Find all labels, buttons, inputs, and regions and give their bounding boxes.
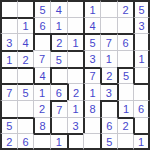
given-digit: 3 bbox=[6, 37, 12, 48]
cell-r5c6[interactable]: 7 bbox=[83, 67, 100, 84]
given-digit: 4 bbox=[22, 37, 28, 48]
given-digit: 1 bbox=[56, 20, 62, 31]
cell-r6c9[interactable] bbox=[133, 83, 150, 100]
cell-r3c2[interactable]: 4 bbox=[17, 33, 34, 50]
given-digit: 5 bbox=[40, 4, 46, 15]
cell-r3c5[interactable]: 1 bbox=[67, 33, 84, 50]
cell-r7c2[interactable] bbox=[17, 100, 34, 117]
cell-r1c8[interactable]: 2 bbox=[117, 0, 134, 17]
cell-r6c8[interactable] bbox=[117, 83, 134, 100]
given-digit: 3 bbox=[90, 54, 96, 65]
given-digit: 7 bbox=[56, 104, 62, 115]
cell-r1c3[interactable]: 5 bbox=[33, 0, 50, 17]
given-digit: 3 bbox=[139, 20, 145, 31]
given-digit: 3 bbox=[72, 120, 78, 131]
suguru-board: 5412516143342157612753114725751621327181… bbox=[0, 0, 150, 150]
cell-r8c7[interactable]: 6 bbox=[100, 117, 117, 134]
given-digit: 7 bbox=[106, 38, 112, 49]
given-digit: 6 bbox=[138, 104, 144, 115]
given-digit: 5 bbox=[123, 71, 129, 82]
cell-r9c9[interactable]: 1 bbox=[133, 133, 150, 150]
cell-r6c5[interactable]: 2 bbox=[67, 83, 84, 100]
cell-r7c1[interactable] bbox=[0, 100, 17, 117]
cell-r1c9[interactable]: 5 bbox=[133, 0, 150, 17]
given-digit: 1 bbox=[72, 104, 78, 115]
cell-r2c3[interactable]: 6 bbox=[33, 17, 50, 34]
cell-r9c3[interactable] bbox=[33, 133, 50, 150]
cell-r7c7[interactable] bbox=[100, 100, 117, 117]
cell-r7c3[interactable]: 2 bbox=[33, 100, 50, 117]
cell-r8c9[interactable] bbox=[133, 117, 150, 134]
cell-r2c8[interactable] bbox=[117, 17, 134, 34]
cell-r7c5[interactable]: 1 bbox=[67, 100, 84, 117]
cell-r2c6[interactable]: 4 bbox=[83, 17, 100, 34]
cell-r5c5[interactable] bbox=[67, 67, 84, 84]
cell-r8c2[interactable] bbox=[17, 117, 34, 134]
cell-r1c7[interactable] bbox=[100, 0, 117, 17]
cell-r8c4[interactable] bbox=[50, 117, 67, 134]
cell-r7c9[interactable]: 6 bbox=[133, 100, 150, 117]
cell-r4c7[interactable]: 1 bbox=[100, 50, 117, 67]
cell-r1c1[interactable] bbox=[0, 0, 17, 17]
given-digit: 2 bbox=[56, 38, 62, 49]
given-digit: 5 bbox=[90, 38, 96, 49]
cell-r2c5[interactable] bbox=[67, 17, 84, 34]
cell-r5c9[interactable] bbox=[133, 67, 150, 84]
given-digit: 2 bbox=[22, 54, 28, 65]
cell-r7c8[interactable]: 1 bbox=[117, 100, 134, 117]
given-digit: 1 bbox=[139, 54, 145, 65]
cell-r6c2[interactable]: 5 bbox=[17, 83, 34, 100]
given-digit: 1 bbox=[106, 54, 112, 65]
cell-r3c7[interactable]: 7 bbox=[100, 33, 117, 50]
cell-r9c6[interactable] bbox=[83, 133, 100, 150]
cell-r3c6[interactable]: 5 bbox=[83, 33, 100, 50]
cell-r2c1[interactable] bbox=[0, 17, 17, 34]
cell-r5c2[interactable] bbox=[17, 67, 34, 84]
given-digit: 1 bbox=[22, 21, 28, 32]
given-digit: 1 bbox=[39, 88, 45, 99]
given-digit: 1 bbox=[72, 38, 78, 49]
cell-r4c1[interactable]: 1 bbox=[0, 50, 17, 67]
given-digit: 4 bbox=[90, 20, 96, 31]
given-digit: 1 bbox=[90, 4, 96, 15]
cell-r3c1[interactable]: 3 bbox=[0, 33, 17, 50]
given-digit: 2 bbox=[73, 87, 79, 98]
cell-r2c2[interactable]: 1 bbox=[17, 17, 34, 34]
cell-r6c4[interactable]: 6 bbox=[50, 83, 67, 100]
given-digit: 7 bbox=[90, 71, 96, 82]
given-digit: 4 bbox=[40, 70, 46, 81]
given-digit: 7 bbox=[6, 88, 12, 99]
cell-r5c7[interactable]: 2 bbox=[100, 67, 117, 84]
cell-r1c2[interactable] bbox=[17, 0, 34, 17]
given-digit: 4 bbox=[56, 4, 62, 15]
cell-r6c3[interactable]: 1 bbox=[33, 83, 50, 100]
given-digit: 5 bbox=[56, 54, 62, 65]
cell-r5c3[interactable]: 4 bbox=[33, 67, 50, 84]
given-digit: 2 bbox=[39, 104, 45, 115]
given-digit: 6 bbox=[56, 88, 62, 99]
given-digit: 2 bbox=[6, 136, 12, 147]
cell-r6c1[interactable]: 7 bbox=[0, 83, 17, 100]
cell-r2c7[interactable] bbox=[100, 17, 117, 34]
puzzle-screenshot: 5412516143342157612753114725751621327181… bbox=[0, 0, 150, 150]
given-digit: 5 bbox=[22, 88, 28, 99]
cell-r9c5[interactable] bbox=[67, 133, 84, 150]
given-digit: 1 bbox=[90, 87, 96, 98]
cell-r8c5[interactable]: 3 bbox=[67, 117, 84, 134]
cell-r9c1[interactable]: 2 bbox=[0, 133, 17, 150]
cell-r5c4[interactable] bbox=[50, 67, 67, 84]
given-digit: 6 bbox=[40, 20, 46, 31]
cell-r7c4[interactable]: 7 bbox=[50, 100, 67, 117]
given-digit: 6 bbox=[106, 120, 112, 131]
cell-r2c9[interactable]: 3 bbox=[133, 17, 150, 34]
given-digit: 1 bbox=[56, 137, 62, 148]
given-digit: 8 bbox=[90, 104, 96, 115]
cell-r1c5[interactable] bbox=[67, 0, 84, 17]
cell-r5c1[interactable] bbox=[0, 67, 17, 84]
cell-r8c6[interactable] bbox=[83, 117, 100, 134]
cell-r4c4[interactable]: 5 bbox=[50, 50, 67, 67]
given-digit: 2 bbox=[122, 4, 128, 15]
cell-r1c4[interactable]: 4 bbox=[50, 0, 67, 17]
given-digit: 2 bbox=[106, 70, 112, 81]
cell-r4c5[interactable] bbox=[67, 50, 84, 67]
cell-r3c3[interactable] bbox=[33, 33, 50, 50]
cell-r3c4[interactable]: 2 bbox=[50, 33, 67, 50]
cell-r1c6[interactable]: 1 bbox=[83, 0, 100, 17]
given-digit: 5 bbox=[106, 136, 112, 147]
cell-r2c4[interactable]: 1 bbox=[50, 17, 67, 34]
given-digit: 6 bbox=[22, 136, 28, 147]
given-digit: 2 bbox=[122, 121, 128, 132]
cell-r4c8[interactable] bbox=[117, 50, 134, 67]
given-digit: 5 bbox=[139, 4, 145, 15]
cell-r4c3[interactable]: 7 bbox=[33, 50, 50, 67]
cell-r4c9[interactable]: 1 bbox=[133, 50, 150, 67]
cell-r5c8[interactable]: 5 bbox=[117, 67, 134, 84]
cell-r8c1[interactable]: 5 bbox=[0, 117, 17, 134]
given-digit: 1 bbox=[123, 104, 129, 115]
cell-r7c6[interactable]: 8 bbox=[83, 100, 100, 117]
cell-r6c7[interactable]: 3 bbox=[100, 83, 117, 100]
cell-r3c8[interactable]: 6 bbox=[117, 33, 134, 50]
cell-r9c4[interactable]: 1 bbox=[50, 133, 67, 150]
cell-r9c7[interactable]: 5 bbox=[100, 133, 117, 150]
given-digit: 1 bbox=[6, 54, 12, 65]
given-digit: 1 bbox=[138, 137, 144, 148]
given-digit: 5 bbox=[6, 121, 12, 132]
given-digit: 6 bbox=[122, 38, 128, 49]
cell-r8c8[interactable]: 2 bbox=[117, 117, 134, 134]
cell-r3c9[interactable] bbox=[133, 33, 150, 50]
cell-r8c3[interactable]: 8 bbox=[33, 117, 50, 134]
cell-r9c8[interactable] bbox=[117, 133, 134, 150]
cell-r6c6[interactable]: 1 bbox=[83, 83, 100, 100]
given-digit: 3 bbox=[106, 88, 112, 99]
given-digit: 7 bbox=[39, 54, 45, 65]
cell-r4c2[interactable]: 2 bbox=[17, 50, 34, 67]
given-digit: 8 bbox=[40, 120, 46, 131]
cell-r4c6[interactable]: 3 bbox=[83, 50, 100, 67]
cell-r9c2[interactable]: 6 bbox=[17, 133, 34, 150]
